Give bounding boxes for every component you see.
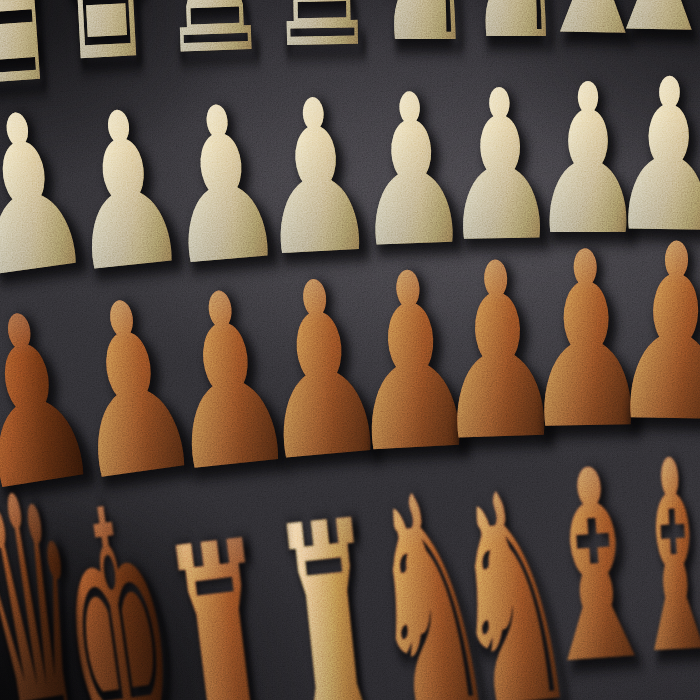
dark-bishop-glyph: ♝	[620, 425, 700, 693]
dark-bishop[interactable]: ♝♝	[672, 427, 700, 690]
foam-storage-tray: ♛♛♚♚♜♜♜♜♞♞♞♞♝♝♝♝♟♟♟♟♟♟♟♟♟♟♟♟♟♟♟♟♟♟♟♟♟♟♟♟…	[0, 0, 700, 700]
piece-layer: ♛♛♚♚♜♜♜♜♞♞♞♞♝♝♝♝♟♟♟♟♟♟♟♟♟♟♟♟♟♟♟♟♟♟♟♟♟♟♟♟…	[0, 0, 700, 700]
